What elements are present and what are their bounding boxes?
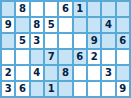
sudoku-cell-r3c1[interactable] — [2, 34, 14, 48]
sudoku-cell-r2c8[interactable]: 4 — [102, 18, 114, 32]
sudoku-cell-r1c2[interactable]: 8 — [16, 2, 28, 16]
sudoku-cell-r6c6[interactable] — [74, 82, 86, 96]
sudoku-cell-r1c9[interactable] — [117, 2, 129, 16]
sudoku-cell-r5c3[interactable]: 4 — [31, 66, 43, 80]
sudoku-cell-r4c3[interactable] — [31, 50, 43, 64]
sudoku-cell-r4c4[interactable]: 7 — [45, 50, 57, 64]
sudoku-cell-r6c5[interactable] — [59, 82, 71, 96]
sudoku-cell-r2c9[interactable] — [117, 18, 129, 32]
sudoku-cell-r6c7[interactable] — [88, 82, 100, 96]
sudoku-cell-r4c6[interactable]: 6 — [74, 50, 86, 64]
sudoku-cell-r6c4[interactable]: 1 — [45, 82, 57, 96]
sudoku-cell-r1c1[interactable] — [2, 2, 14, 16]
sudoku-cell-r4c9[interactable] — [117, 50, 129, 64]
sudoku-cell-r3c7[interactable]: 9 — [88, 34, 100, 48]
sudoku-cell-r2c4[interactable]: 5 — [45, 18, 57, 32]
sudoku-cell-r4c1[interactable] — [2, 50, 14, 64]
sudoku-cell-r3c3[interactable]: 3 — [31, 34, 43, 48]
sudoku-cell-r5c4[interactable] — [45, 66, 57, 80]
sudoku-cell-r1c5[interactable]: 6 — [59, 2, 71, 16]
sudoku-cell-r3c4[interactable] — [45, 34, 57, 48]
sudoku-cell-r2c3[interactable]: 8 — [31, 18, 43, 32]
sudoku-cell-r4c5[interactable] — [59, 50, 71, 64]
sudoku-cell-r6c1[interactable]: 3 — [2, 82, 14, 96]
sudoku-cell-r4c2[interactable] — [16, 50, 28, 64]
sudoku-cell-r1c7[interactable] — [88, 2, 100, 16]
sudoku-cell-r6c3[interactable] — [31, 82, 43, 96]
sudoku-cell-r5c1[interactable]: 2 — [2, 66, 14, 80]
sudoku-cell-r3c6[interactable] — [74, 34, 86, 48]
sudoku-cell-r2c1[interactable]: 9 — [2, 18, 14, 32]
sudoku-cell-r1c6[interactable]: 1 — [74, 2, 86, 16]
sudoku-cell-r2c6[interactable] — [74, 18, 86, 32]
sudoku-cell-r4c7[interactable]: 2 — [88, 50, 100, 64]
sudoku-cell-r5c7[interactable] — [88, 66, 100, 80]
sudoku-cell-r4c8[interactable] — [102, 50, 114, 64]
sudoku-cell-r1c8[interactable] — [102, 2, 114, 16]
sudoku-cell-r1c3[interactable] — [31, 2, 43, 16]
sudoku-cell-r3c9[interactable]: 6 — [117, 34, 129, 48]
sudoku-cell-r3c8[interactable] — [102, 34, 114, 48]
sudoku-cell-r3c2[interactable]: 5 — [16, 34, 28, 48]
sudoku-cell-r5c5[interactable]: 8 — [59, 66, 71, 80]
sudoku-cell-r2c7[interactable] — [88, 18, 100, 32]
sudoku-cell-r1c4[interactable] — [45, 2, 57, 16]
sudoku-cell-r6c8[interactable] — [102, 82, 114, 96]
sudoku-cell-r3c5[interactable] — [59, 34, 71, 48]
sudoku-cell-r2c2[interactable] — [16, 18, 28, 32]
sudoku-cell-r5c2[interactable] — [16, 66, 28, 80]
sudoku-cell-r5c8[interactable]: 3 — [102, 66, 114, 80]
sudoku-cell-r6c9[interactable]: 9 — [117, 82, 129, 96]
sudoku-board: 8619854539676224833619 — [0, 0, 131, 98]
sudoku-cell-r6c2[interactable]: 6 — [16, 82, 28, 96]
sudoku-cell-r5c9[interactable] — [117, 66, 129, 80]
sudoku-cell-r5c6[interactable] — [74, 66, 86, 80]
sudoku-cell-r2c5[interactable] — [59, 18, 71, 32]
